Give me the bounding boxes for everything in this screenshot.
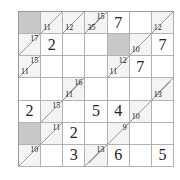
cell-r3c2[interactable] — [41, 56, 63, 78]
cell-r3c4[interactable] — [85, 56, 107, 78]
cell-r2c1: 17 — [19, 34, 41, 56]
cell-r5c2: 15 — [41, 101, 63, 123]
cell-r2c4[interactable] — [85, 34, 107, 56]
cell-r6c3[interactable]: 2 — [63, 123, 85, 145]
down-clue: 35 — [87, 23, 95, 32]
across-clue: 15 — [52, 101, 60, 110]
cell-r7c6[interactable] — [130, 145, 152, 167]
across-clue: 11 — [53, 123, 61, 132]
cell-r1c2: 11 — [41, 12, 63, 34]
cell-r3c3[interactable] — [63, 56, 85, 78]
cell-r5c1[interactable]: 2 — [19, 101, 41, 123]
down-clue: 13 — [154, 90, 162, 99]
cell-r3c1: 1511 — [19, 56, 41, 78]
cell-r5c6: 10 — [130, 101, 152, 123]
entry-value: 7 — [130, 56, 151, 77]
across-clue: 9 — [123, 123, 127, 132]
cell-r3c6[interactable]: 7 — [130, 56, 152, 78]
down-clue: 10 — [132, 112, 140, 121]
cell-r7c2[interactable] — [41, 145, 63, 167]
kakuro-board: 1112153571217210715111211716111321554101… — [18, 11, 174, 167]
across-clue: 10 — [30, 145, 38, 154]
cell-r2c2[interactable]: 2 — [41, 34, 63, 56]
cell-r5c3[interactable] — [63, 101, 85, 123]
cell-r4c3: 1611 — [63, 78, 85, 100]
cell-r6c1 — [19, 123, 41, 145]
cell-r1c3: 12 — [63, 12, 85, 34]
cell-r4c6[interactable] — [130, 78, 152, 100]
cell-r6c5: 9 — [108, 123, 130, 145]
cell-r5c4[interactable]: 5 — [85, 101, 107, 123]
entry-value: 5 — [152, 145, 173, 166]
cell-r2c3[interactable] — [63, 34, 85, 56]
cell-r1c5[interactable]: 7 — [108, 12, 130, 34]
cell-r1c1 — [19, 12, 41, 34]
entry-value: 2 — [19, 101, 40, 122]
down-clue: 11 — [110, 67, 118, 76]
across-clue: 15 — [97, 12, 105, 21]
entry-value: 7 — [108, 12, 129, 33]
cell-r1c6[interactable] — [130, 12, 152, 34]
cell-r5c7[interactable] — [152, 101, 174, 123]
down-clue: 12 — [154, 23, 162, 32]
across-clue: 15 — [30, 56, 38, 65]
cell-r6c7[interactable] — [152, 123, 174, 145]
entry-value: 5 — [85, 101, 106, 122]
entry-value: 3 — [63, 145, 84, 166]
entry-value: 7 — [152, 34, 173, 55]
cell-r4c7: 13 — [152, 78, 174, 100]
across-clue: 12 — [119, 56, 127, 65]
cell-r7c5[interactable]: 6 — [108, 145, 130, 167]
cell-r2c6: 10 — [130, 34, 152, 56]
cell-r7c1: 10 — [19, 145, 41, 167]
cell-r7c3[interactable]: 3 — [63, 145, 85, 167]
entry-value: 6 — [108, 145, 129, 166]
entry-value: 2 — [41, 34, 62, 55]
down-clue: 11 — [21, 67, 29, 76]
cell-r3c7[interactable] — [152, 56, 174, 78]
cell-r3c5: 1211 — [108, 56, 130, 78]
down-clue: 11 — [43, 23, 51, 32]
cell-r1c7: 12 — [152, 12, 174, 34]
cell-r1c4: 1535 — [85, 12, 107, 34]
cell-r4c5[interactable] — [108, 78, 130, 100]
cell-r4c2[interactable] — [41, 78, 63, 100]
cell-r4c4[interactable] — [85, 78, 107, 100]
cell-r7c7[interactable]: 5 — [152, 145, 174, 167]
entry-value: 2 — [63, 123, 84, 144]
cell-r6c2: 11 — [41, 123, 63, 145]
cell-r5c5[interactable]: 4 — [108, 101, 130, 123]
cell-r7c4: 13 — [85, 145, 107, 167]
entry-value: 4 — [108, 101, 129, 122]
cell-r4c1[interactable] — [19, 78, 41, 100]
down-clue: 11 — [65, 90, 73, 99]
down-clue: 10 — [132, 45, 140, 54]
cell-r6c4[interactable] — [85, 123, 107, 145]
cell-r2c7[interactable]: 7 — [152, 34, 174, 56]
across-clue: 16 — [74, 78, 82, 87]
cell-r6c6[interactable] — [130, 123, 152, 145]
across-clue: 17 — [30, 34, 38, 43]
cell-r2c5 — [108, 34, 130, 56]
down-clue: 12 — [65, 23, 73, 32]
across-clue: 13 — [97, 145, 105, 154]
